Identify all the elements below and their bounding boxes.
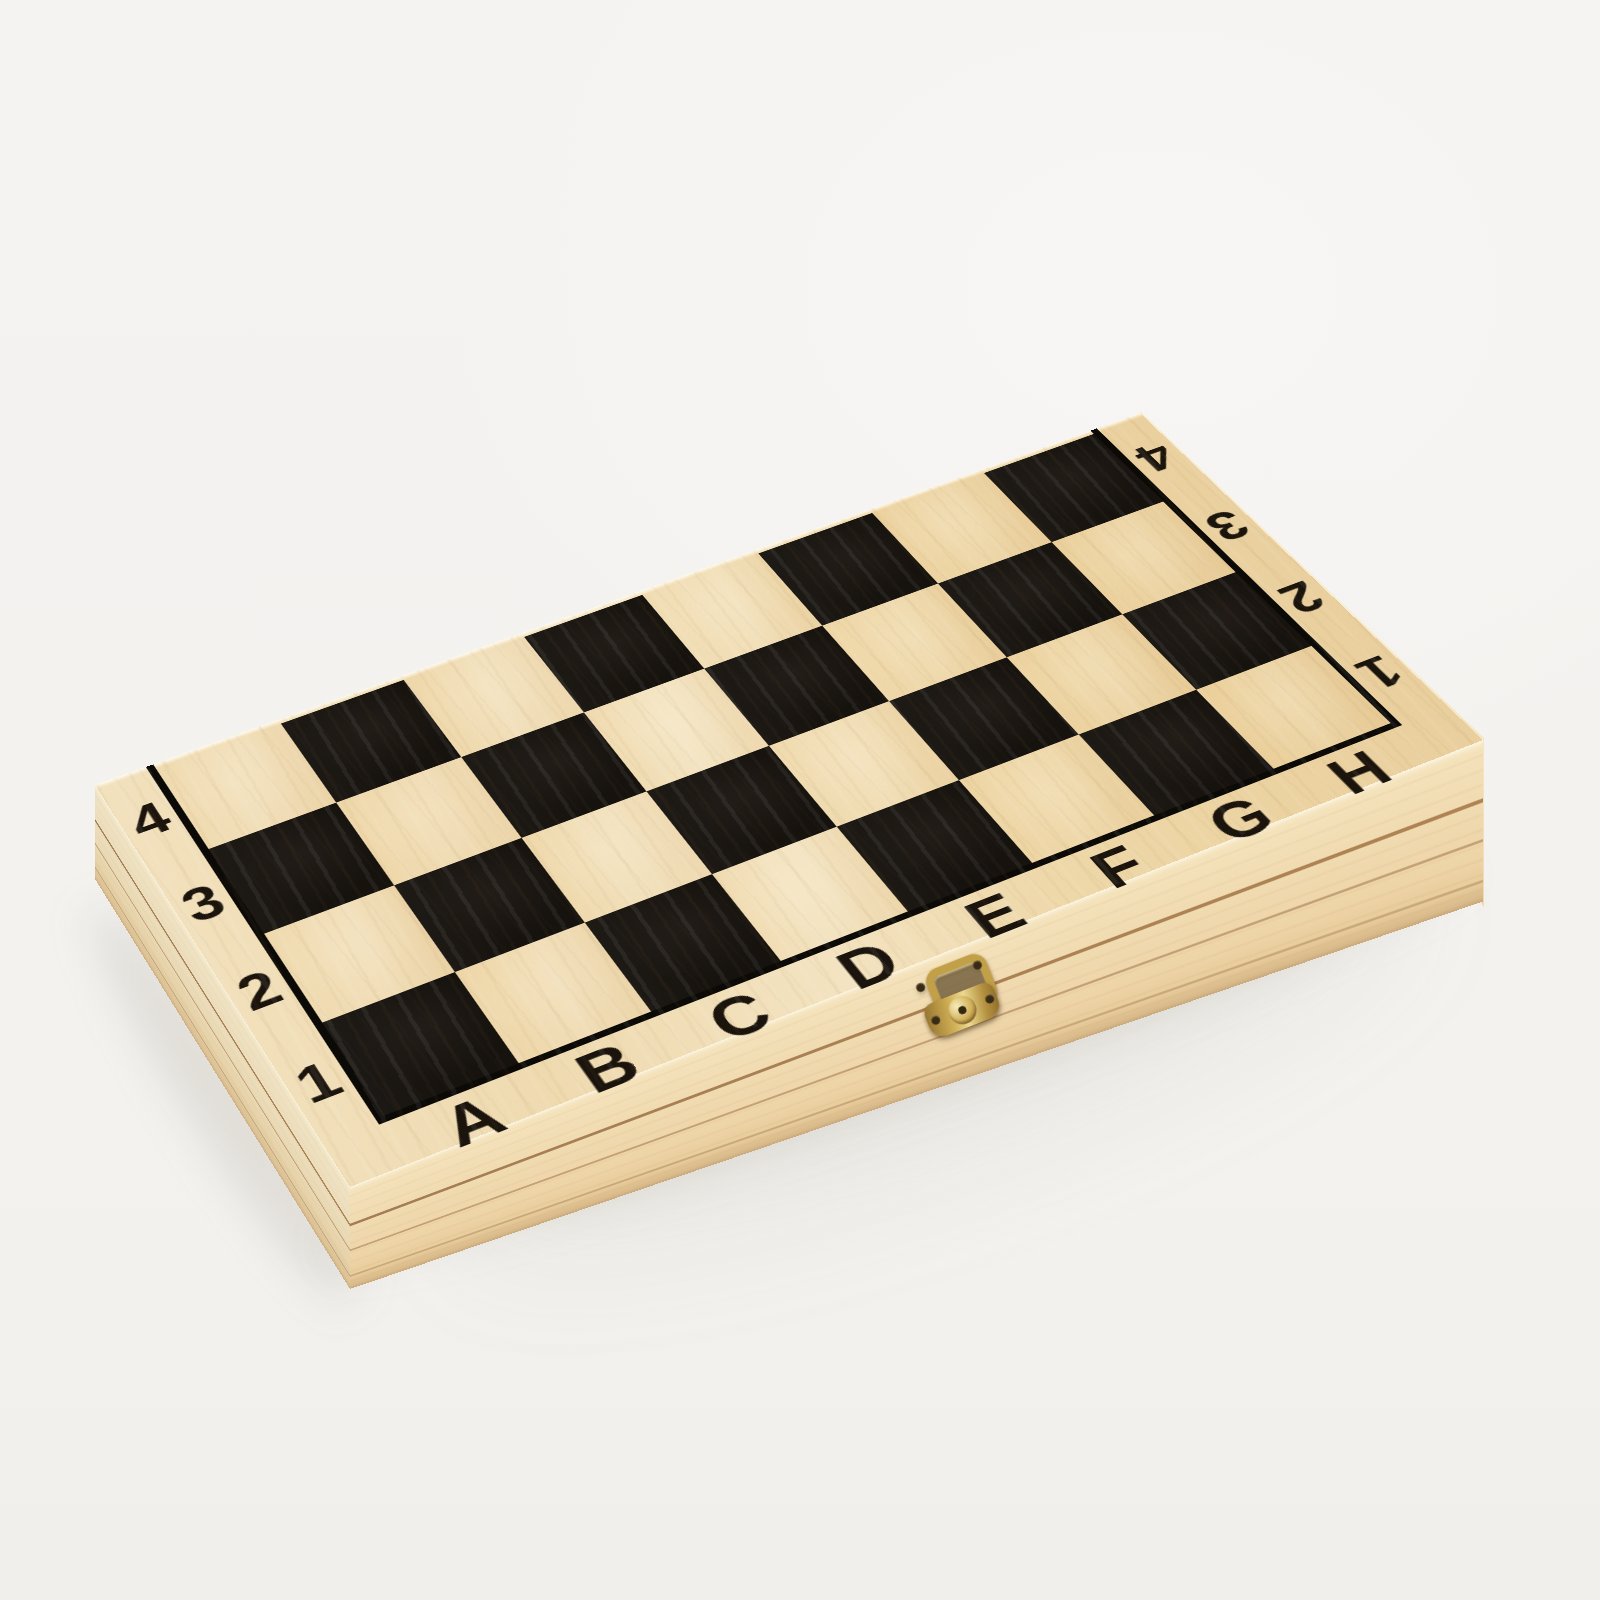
latch-rivet (915, 982, 927, 994)
product-photo: 4 3 2 1 4 3 2 1 A B C D E F G H (0, 0, 1600, 1600)
